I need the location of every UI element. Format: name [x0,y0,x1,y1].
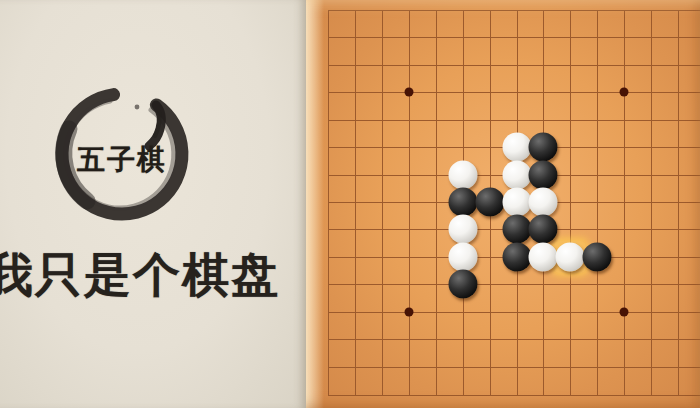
grid-cell[interactable] [437,340,464,367]
grid-cell[interactable] [329,38,356,65]
grid-cell[interactable] [329,121,356,148]
grid-cell[interactable] [329,368,356,395]
grid-cell[interactable] [544,313,571,340]
grid-cell[interactable] [571,285,598,312]
grid-cell[interactable] [679,38,700,65]
grid-cell[interactable] [544,368,571,395]
white-stone: ○ [529,188,558,217]
white-stone: ○ [448,242,477,271]
grid-cell[interactable] [491,285,518,312]
grid-cell[interactable] [410,285,437,312]
grid-cell[interactable] [679,121,700,148]
grid-cell[interactable] [598,176,625,203]
grid-cell[interactable] [652,340,679,367]
star-point [620,88,629,97]
grid-cell[interactable] [598,368,625,395]
grid-cell[interactable] [464,38,491,65]
grid-cell[interactable] [652,93,679,120]
grid-cell[interactable] [491,93,518,120]
black-stone: ● [583,242,612,271]
grid-cell[interactable] [437,38,464,65]
grid-cell[interactable] [329,66,356,93]
grid-cell[interactable] [544,93,571,120]
grid-cell[interactable] [356,93,383,120]
grid-cell[interactable] [625,66,652,93]
grid-cell[interactable] [356,66,383,93]
grid-cell[interactable] [625,340,652,367]
grid-cell[interactable] [356,258,383,285]
grid-cell[interactable] [571,203,598,230]
grid-cell[interactable] [679,258,700,285]
grid-cell[interactable] [383,121,410,148]
grid-cell[interactable] [437,66,464,93]
grid-cell[interactable] [625,230,652,257]
grid-cell[interactable] [625,121,652,148]
grid-cell[interactable] [464,66,491,93]
grid-cell[interactable] [410,203,437,230]
grid-cell[interactable] [329,203,356,230]
grid-cell[interactable] [625,258,652,285]
grid-cell[interactable] [383,93,410,120]
grid-cell[interactable] [491,66,518,93]
white-stone: ○ [448,160,477,189]
grid-cell[interactable] [356,148,383,175]
grid-cell[interactable] [356,340,383,367]
grid-cell[interactable] [410,230,437,257]
grid-cell[interactable] [652,121,679,148]
black-stone: ● [475,188,504,217]
grid-cell[interactable] [491,313,518,340]
grid-cell[interactable] [410,38,437,65]
grid-cell[interactable] [356,121,383,148]
grid-cell[interactable] [356,11,383,38]
grid-cell[interactable] [437,11,464,38]
grid-cell[interactable] [437,313,464,340]
white-stone: ○ [529,242,558,271]
grid-cell[interactable] [571,38,598,65]
grid-cell[interactable] [491,340,518,367]
grid-cell[interactable] [464,340,491,367]
grid-cell[interactable] [518,368,545,395]
grid-cell[interactable] [598,121,625,148]
grid-cell[interactable] [679,66,700,93]
grid-cell[interactable] [625,203,652,230]
white-stone: ○ [502,133,531,162]
grid-cell[interactable] [625,38,652,65]
grid-cell[interactable] [544,11,571,38]
grid-cell[interactable] [464,11,491,38]
grid-cell[interactable] [571,368,598,395]
grid-cell[interactable] [383,368,410,395]
grid-cell[interactable] [652,313,679,340]
grid-cell[interactable] [410,313,437,340]
black-stone: ● [502,242,531,271]
grid-cell[interactable] [329,313,356,340]
grid-cell[interactable] [410,340,437,367]
grid-cell[interactable] [679,313,700,340]
grid-cell[interactable] [329,176,356,203]
grid-cell[interactable] [356,203,383,230]
grid-cell[interactable] [598,11,625,38]
grid-cell[interactable] [544,38,571,65]
grid-cell[interactable] [625,313,652,340]
grid-cell[interactable] [356,313,383,340]
black-stone: ● [448,188,477,217]
grid-cell[interactable] [491,38,518,65]
grid-cell[interactable] [625,93,652,120]
paper-side-panel: 五子棋 我只是个棋盘 [0,0,307,408]
grid-cell[interactable] [625,285,652,312]
grid-cell[interactable] [329,340,356,367]
grid-cell[interactable] [437,121,464,148]
grid-cell[interactable] [491,11,518,38]
grid-cell[interactable] [679,176,700,203]
grid-cell[interactable] [652,38,679,65]
grid-cell[interactable] [383,203,410,230]
black-stone: ● [448,270,477,299]
grid-cell[interactable] [652,11,679,38]
grid-cell[interactable] [518,340,545,367]
grid-cell[interactable] [652,258,679,285]
grid-cell[interactable] [571,66,598,93]
white-stone: ○ [556,242,585,271]
grid-cell[interactable] [356,176,383,203]
caption-calligraphy: 我只是个棋盘 [0,250,280,302]
grid-cell[interactable] [464,121,491,148]
grid-cell[interactable] [679,340,700,367]
grid-cell[interactable] [598,148,625,175]
grid-cell[interactable] [652,66,679,93]
grid-cell[interactable] [329,285,356,312]
grid-cell[interactable] [544,340,571,367]
grid-cell[interactable] [544,285,571,312]
grid-cell[interactable] [410,148,437,175]
grid-cell[interactable] [410,121,437,148]
grid-cell[interactable] [518,285,545,312]
grid-cell[interactable] [598,93,625,120]
grid-cell[interactable] [571,121,598,148]
grid-cell[interactable] [383,258,410,285]
grid-cell[interactable] [571,176,598,203]
grid-cell[interactable] [571,313,598,340]
grid-cell[interactable] [571,340,598,367]
grid-cell[interactable] [464,93,491,120]
enso-ink-circle-logo: 五子棋 [47,79,197,229]
star-point [404,88,413,97]
grid-cell[interactable] [329,11,356,38]
grid-cell[interactable] [356,285,383,312]
grid-cell[interactable] [679,368,700,395]
grid-cell[interactable] [598,38,625,65]
grid-cell[interactable] [437,368,464,395]
star-point [404,307,413,316]
grid-cell[interactable] [356,368,383,395]
grid-cell[interactable] [383,230,410,257]
grid-cell[interactable] [410,66,437,93]
grid-cell[interactable] [598,203,625,230]
grid-cell[interactable] [625,368,652,395]
white-stone: ○ [502,160,531,189]
grid-cell[interactable] [679,203,700,230]
grid-cell[interactable] [544,66,571,93]
black-stone: ● [529,160,558,189]
grid-cell[interactable] [571,93,598,120]
grid-cell[interactable] [410,368,437,395]
grid-cell[interactable] [491,368,518,395]
grid-cell[interactable] [679,148,700,175]
grid-cell[interactable] [652,176,679,203]
grid-cell[interactable] [518,38,545,65]
grid-cell[interactable] [598,340,625,367]
grid-cell[interactable] [464,313,491,340]
grid-cell[interactable] [383,176,410,203]
grid-cell[interactable] [383,340,410,367]
grid-cell[interactable] [652,148,679,175]
grid-cell[interactable] [652,285,679,312]
grid-cell[interactable] [679,230,700,257]
grid-cell[interactable] [679,285,700,312]
black-stone: ● [529,133,558,162]
grid-cell[interactable] [410,176,437,203]
grid-cell[interactable] [652,230,679,257]
grid-cell[interactable] [410,258,437,285]
grid-cell[interactable] [679,11,700,38]
grid-cell[interactable] [625,148,652,175]
grid-cell[interactable] [598,313,625,340]
grid-cell[interactable] [518,66,545,93]
grid-cell[interactable] [383,148,410,175]
grid-cell[interactable] [652,368,679,395]
grid-cell[interactable] [410,11,437,38]
black-stone: ● [502,215,531,244]
grid-cell[interactable] [571,11,598,38]
grid-cell[interactable] [464,368,491,395]
grid-cell[interactable] [410,93,437,120]
grid-cell[interactable] [625,11,652,38]
grid-cell[interactable] [652,203,679,230]
grid-cell[interactable] [571,148,598,175]
white-stone: ○ [448,215,477,244]
grid-cell[interactable] [356,230,383,257]
grid-cell[interactable] [329,258,356,285]
grid-cell[interactable] [356,38,383,65]
grid-cell[interactable] [329,93,356,120]
gomoku-board[interactable]: ○●○○●●●○○○●●○●○○●● [306,0,700,408]
black-stone: ● [529,215,558,244]
grid-cell[interactable] [383,313,410,340]
white-stone: ○ [502,188,531,217]
grid-cell[interactable] [518,93,545,120]
grid-cell[interactable] [329,148,356,175]
grid-cell[interactable] [679,93,700,120]
grid-cell[interactable] [383,11,410,38]
logo-title: 五子棋 [47,141,197,179]
star-point [620,307,629,316]
grid-cell[interactable] [625,176,652,203]
grid-cell[interactable] [518,313,545,340]
grid-cell[interactable] [518,11,545,38]
grid-cell[interactable] [329,230,356,257]
grid-cell[interactable] [437,93,464,120]
grid-cell[interactable] [383,38,410,65]
